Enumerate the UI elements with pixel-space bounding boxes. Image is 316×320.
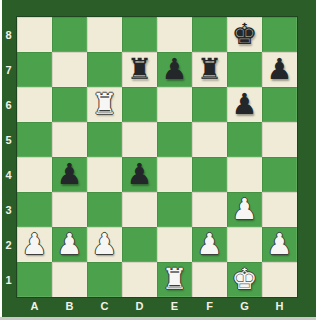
- square-b5[interactable]: [52, 122, 87, 157]
- square-e4[interactable]: [157, 157, 192, 192]
- square-h2[interactable]: ♟: [262, 227, 297, 262]
- square-b2[interactable]: ♟: [52, 227, 87, 262]
- square-d6[interactable]: [122, 87, 157, 122]
- square-a7[interactable]: [17, 52, 52, 87]
- white-rook-e1[interactable]: ♜: [162, 262, 188, 297]
- file-label-d: D: [122, 297, 157, 317]
- square-g8[interactable]: ♚: [227, 17, 262, 52]
- rank-label-8: 8: [0, 17, 17, 52]
- left-edge-strip: [0, 0, 2, 317]
- square-g2[interactable]: [227, 227, 262, 262]
- file-label-e: E: [157, 297, 192, 317]
- square-a6[interactable]: [17, 87, 52, 122]
- file-label-b: B: [52, 297, 87, 317]
- square-e1[interactable]: ♜: [157, 262, 192, 297]
- square-c4[interactable]: [87, 157, 122, 192]
- white-pawn-c2[interactable]: ♟: [92, 227, 118, 262]
- square-d3[interactable]: [122, 192, 157, 227]
- rank-label-4: 4: [0, 157, 17, 192]
- square-c3[interactable]: [87, 192, 122, 227]
- square-f1[interactable]: [192, 262, 227, 297]
- square-c5[interactable]: [87, 122, 122, 157]
- square-g4[interactable]: [227, 157, 262, 192]
- chess-diagram: 87654321 ♚♜♟♜♟♜♟♟♟♟♟♟♟♟♟♜♚ ABCDEFGH: [0, 0, 316, 320]
- black-rook-f7[interactable]: ♜: [197, 52, 223, 87]
- square-a1[interactable]: [17, 262, 52, 297]
- white-pawn-g3[interactable]: ♟: [232, 192, 258, 227]
- square-e2[interactable]: [157, 227, 192, 262]
- square-d1[interactable]: [122, 262, 157, 297]
- square-h4[interactable]: [262, 157, 297, 192]
- black-rook-d7[interactable]: ♜: [127, 52, 153, 87]
- square-b8[interactable]: [52, 17, 87, 52]
- file-label-h: H: [262, 297, 297, 317]
- square-c1[interactable]: [87, 262, 122, 297]
- chess-board: ♚♜♟♜♟♜♟♟♟♟♟♟♟♟♟♜♚: [17, 17, 297, 297]
- square-b3[interactable]: [52, 192, 87, 227]
- square-c8[interactable]: [87, 17, 122, 52]
- square-h3[interactable]: [262, 192, 297, 227]
- square-g1[interactable]: ♚: [227, 262, 262, 297]
- rank-label-3: 3: [0, 192, 17, 227]
- square-f6[interactable]: [192, 87, 227, 122]
- file-labels: ABCDEFGH: [17, 297, 297, 317]
- rank-labels: 87654321: [0, 17, 17, 297]
- square-f2[interactable]: ♟: [192, 227, 227, 262]
- square-c2[interactable]: ♟: [87, 227, 122, 262]
- square-d5[interactable]: [122, 122, 157, 157]
- square-f8[interactable]: [192, 17, 227, 52]
- file-label-c: C: [87, 297, 122, 317]
- rank-label-2: 2: [0, 227, 17, 262]
- square-b4[interactable]: ♟: [52, 157, 87, 192]
- square-b1[interactable]: [52, 262, 87, 297]
- rank-label-1: 1: [0, 262, 17, 297]
- rank-label-6: 6: [0, 87, 17, 122]
- square-g3[interactable]: ♟: [227, 192, 262, 227]
- square-d7[interactable]: ♜: [122, 52, 157, 87]
- black-pawn-e7[interactable]: ♟: [162, 52, 188, 87]
- rank-label-7: 7: [0, 52, 17, 87]
- square-g6[interactable]: ♟: [227, 87, 262, 122]
- square-e8[interactable]: [157, 17, 192, 52]
- square-h1[interactable]: [262, 262, 297, 297]
- white-king-g1[interactable]: ♚: [232, 262, 258, 297]
- square-a8[interactable]: [17, 17, 52, 52]
- square-f4[interactable]: [192, 157, 227, 192]
- square-c7[interactable]: [87, 52, 122, 87]
- rank-label-5: 5: [0, 122, 17, 157]
- square-d4[interactable]: ♟: [122, 157, 157, 192]
- square-b6[interactable]: [52, 87, 87, 122]
- square-e7[interactable]: ♟: [157, 52, 192, 87]
- white-pawn-h2[interactable]: ♟: [267, 227, 293, 262]
- square-h5[interactable]: [262, 122, 297, 157]
- black-pawn-d4[interactable]: ♟: [127, 157, 153, 192]
- black-pawn-h7[interactable]: ♟: [267, 52, 293, 87]
- square-g5[interactable]: [227, 122, 262, 157]
- square-h7[interactable]: ♟: [262, 52, 297, 87]
- square-c6[interactable]: ♜: [87, 87, 122, 122]
- white-rook-c6[interactable]: ♜: [92, 87, 118, 122]
- square-f3[interactable]: [192, 192, 227, 227]
- square-e6[interactable]: [157, 87, 192, 122]
- square-a2[interactable]: ♟: [17, 227, 52, 262]
- file-label-g: G: [227, 297, 262, 317]
- black-pawn-g6[interactable]: ♟: [232, 87, 258, 122]
- square-h6[interactable]: [262, 87, 297, 122]
- square-a5[interactable]: [17, 122, 52, 157]
- square-h8[interactable]: [262, 17, 297, 52]
- white-pawn-f2[interactable]: ♟: [197, 227, 223, 262]
- square-e3[interactable]: [157, 192, 192, 227]
- white-pawn-b2[interactable]: ♟: [57, 227, 83, 262]
- square-a3[interactable]: [17, 192, 52, 227]
- square-f5[interactable]: [192, 122, 227, 157]
- square-e5[interactable]: [157, 122, 192, 157]
- square-d2[interactable]: [122, 227, 157, 262]
- file-label-f: F: [192, 297, 227, 317]
- square-g7[interactable]: [227, 52, 262, 87]
- white-pawn-a2[interactable]: ♟: [22, 227, 48, 262]
- file-label-a: A: [17, 297, 52, 317]
- square-b7[interactable]: [52, 52, 87, 87]
- square-a4[interactable]: [17, 157, 52, 192]
- black-pawn-b4[interactable]: ♟: [57, 157, 83, 192]
- black-king-g8[interactable]: ♚: [232, 17, 258, 52]
- square-d8[interactable]: [122, 17, 157, 52]
- square-f7[interactable]: ♜: [192, 52, 227, 87]
